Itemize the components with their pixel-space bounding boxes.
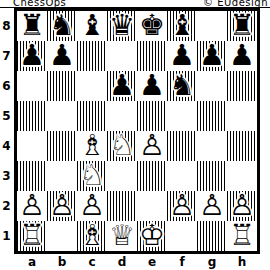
- square-f7[interactable]: ♟♟: [167, 41, 197, 71]
- square-h4[interactable]: [227, 131, 257, 161]
- square-b8[interactable]: ♞♞: [47, 11, 77, 41]
- square-a6[interactable]: [17, 71, 47, 101]
- piece-halo: ♚: [137, 220, 167, 250]
- square-a5[interactable]: [17, 101, 47, 131]
- square-f6[interactable]: ♞♞: [167, 71, 197, 101]
- white-rook-icon: ♖: [17, 220, 47, 250]
- credit-link[interactable]: © EUdesign: [203, 0, 268, 8]
- rank-label-2: 2: [0, 191, 13, 221]
- square-h2[interactable]: ♟♙: [227, 191, 257, 221]
- white-pawn-icon: ♙: [167, 190, 197, 220]
- square-g7[interactable]: ♟♟: [197, 41, 227, 71]
- black-pawn-icon: ♟: [137, 70, 167, 100]
- black-rook-icon: ♜: [227, 10, 257, 40]
- square-a3[interactable]: [17, 161, 47, 191]
- file-label-e: e: [137, 255, 167, 269]
- white-pawn-icon: ♙: [227, 190, 257, 220]
- square-d7[interactable]: [107, 41, 137, 71]
- piece-halo: ♚: [137, 10, 167, 40]
- piece-halo: ♝: [77, 130, 107, 160]
- square-a1[interactable]: ♜♖: [17, 221, 47, 251]
- file-label-h: h: [227, 255, 257, 269]
- square-h6[interactable]: [227, 71, 257, 101]
- piece-halo: ♜: [227, 220, 257, 250]
- square-b4[interactable]: [47, 131, 77, 161]
- piece-halo: ♟: [107, 70, 137, 100]
- white-bishop-icon: ♗: [77, 220, 107, 250]
- file-labels: abcdefgh: [17, 255, 257, 269]
- black-pawn-icon: ♟: [227, 40, 257, 70]
- square-b3[interactable]: [47, 161, 77, 191]
- square-c6[interactable]: [77, 71, 107, 101]
- piece-halo: ♛: [107, 10, 137, 40]
- square-g1[interactable]: [197, 221, 227, 251]
- white-pawn-icon: ♙: [17, 190, 47, 220]
- square-e6[interactable]: ♟♟: [137, 71, 167, 101]
- black-king-icon: ♚: [137, 10, 167, 40]
- piece-halo: ♟: [167, 190, 197, 220]
- square-d6[interactable]: ♟♟: [107, 71, 137, 101]
- black-knight-icon: ♞: [167, 70, 197, 100]
- square-e7[interactable]: [137, 41, 167, 71]
- rank-label-5: 5: [0, 101, 13, 131]
- header-bar: ChessOps © EUdesign: [0, 0, 270, 8]
- file-label-a: a: [17, 255, 47, 269]
- piece-halo: ♟: [197, 190, 227, 220]
- square-d3[interactable]: [107, 161, 137, 191]
- black-knight-icon: ♞: [47, 10, 77, 40]
- rank-label-7: 7: [0, 41, 13, 71]
- app-title: ChessOps: [13, 0, 66, 8]
- square-g4[interactable]: [197, 131, 227, 161]
- white-pawn-icon: ♙: [47, 190, 77, 220]
- rank-label-4: 4: [0, 131, 13, 161]
- rank-label-6: 6: [0, 71, 13, 101]
- square-c2[interactable]: ♟♙: [77, 191, 107, 221]
- file-label-d: d: [107, 255, 137, 269]
- square-e8[interactable]: ♚♚: [137, 11, 167, 41]
- piece-halo: ♞: [77, 160, 107, 190]
- white-bishop-icon: ♗: [77, 130, 107, 160]
- square-g3[interactable]: [197, 161, 227, 191]
- square-h5[interactable]: [227, 101, 257, 131]
- square-g5[interactable]: [197, 101, 227, 131]
- black-rook-icon: ♜: [17, 10, 47, 40]
- rank-label-3: 3: [0, 161, 13, 191]
- square-b2[interactable]: ♟♙: [47, 191, 77, 221]
- white-pawn-icon: ♙: [197, 190, 227, 220]
- square-f2[interactable]: ♟♙: [167, 191, 197, 221]
- piece-halo: ♟: [17, 40, 47, 70]
- white-knight-icon: ♘: [77, 160, 107, 190]
- file-label-b: b: [47, 255, 77, 269]
- white-pawn-icon: ♙: [137, 130, 167, 160]
- piece-halo: ♝: [77, 220, 107, 250]
- piece-halo: ♜: [17, 220, 47, 250]
- square-e1[interactable]: ♚♔: [137, 221, 167, 251]
- black-pawn-icon: ♟: [17, 40, 47, 70]
- rank-label-1: 1: [0, 221, 13, 251]
- black-bishop-icon: ♝: [167, 10, 197, 40]
- square-g2[interactable]: ♟♙: [197, 191, 227, 221]
- chess-board: ♜♜♞♞♝♝♛♛♚♚♝♝♜♜♟♟♟♟♟♟♟♟♟♟♟♟♟♟♞♞♝♗♞♘♟♙♞♘♟♙…: [14, 8, 260, 254]
- square-a7[interactable]: ♟♟: [17, 41, 47, 71]
- square-d8[interactable]: ♛♛: [107, 11, 137, 41]
- square-h1[interactable]: ♜♖: [227, 221, 257, 251]
- piece-halo: ♝: [77, 10, 107, 40]
- square-f5[interactable]: [167, 101, 197, 131]
- piece-halo: ♜: [17, 10, 47, 40]
- square-d4[interactable]: ♞♘: [107, 131, 137, 161]
- white-rook-icon: ♖: [227, 220, 257, 250]
- piece-halo: ♛: [107, 220, 137, 250]
- rank-label-8: 8: [0, 11, 13, 41]
- piece-halo: ♜: [227, 10, 257, 40]
- square-c7[interactable]: [77, 41, 107, 71]
- square-f3[interactable]: [167, 161, 197, 191]
- square-c3[interactable]: ♞♘: [77, 161, 107, 191]
- white-king-icon: ♔: [137, 220, 167, 250]
- black-pawn-icon: ♟: [47, 40, 77, 70]
- piece-halo: ♟: [227, 190, 257, 220]
- black-pawn-icon: ♟: [167, 40, 197, 70]
- black-pawn-icon: ♟: [197, 40, 227, 70]
- file-label-c: c: [77, 255, 107, 269]
- piece-halo: ♟: [137, 130, 167, 160]
- piece-halo: ♞: [47, 10, 77, 40]
- white-knight-icon: ♘: [107, 130, 137, 160]
- file-label-f: f: [167, 255, 197, 269]
- rank-labels: 87654321: [0, 11, 13, 251]
- black-pawn-icon: ♟: [107, 70, 137, 100]
- piece-halo: ♟: [77, 190, 107, 220]
- piece-halo: ♟: [137, 70, 167, 100]
- square-e3[interactable]: [137, 161, 167, 191]
- square-h8[interactable]: ♜♜: [227, 11, 257, 41]
- piece-halo: ♞: [107, 130, 137, 160]
- piece-halo: ♟: [17, 190, 47, 220]
- square-d2[interactable]: [107, 191, 137, 221]
- square-h3[interactable]: [227, 161, 257, 191]
- square-b5[interactable]: [47, 101, 77, 131]
- square-f8[interactable]: ♝♝: [167, 11, 197, 41]
- piece-halo: ♟: [227, 40, 257, 70]
- square-a8[interactable]: ♜♜: [17, 11, 47, 41]
- piece-halo: ♟: [197, 40, 227, 70]
- piece-halo: ♟: [167, 40, 197, 70]
- square-e4[interactable]: ♟♙: [137, 131, 167, 161]
- square-a2[interactable]: ♟♙: [17, 191, 47, 221]
- square-e2[interactable]: [137, 191, 167, 221]
- square-a4[interactable]: [17, 131, 47, 161]
- square-c4[interactable]: ♝♗: [77, 131, 107, 161]
- white-pawn-icon: ♙: [77, 190, 107, 220]
- white-queen-icon: ♕: [107, 220, 137, 250]
- piece-halo: ♟: [47, 190, 77, 220]
- file-label-g: g: [197, 255, 227, 269]
- square-f1[interactable]: [167, 221, 197, 251]
- square-d5[interactable]: [107, 101, 137, 131]
- square-c8[interactable]: ♝♝: [77, 11, 107, 41]
- square-c5[interactable]: [77, 101, 107, 131]
- piece-halo: ♟: [47, 40, 77, 70]
- square-d1[interactable]: ♛♕: [107, 221, 137, 251]
- square-b1[interactable]: [47, 221, 77, 251]
- square-g8[interactable]: [197, 11, 227, 41]
- square-h7[interactable]: ♟♟: [227, 41, 257, 71]
- square-f4[interactable]: [167, 131, 197, 161]
- square-b6[interactable]: [47, 71, 77, 101]
- square-b7[interactable]: ♟♟: [47, 41, 77, 71]
- black-queen-icon: ♛: [107, 10, 137, 40]
- square-c1[interactable]: ♝♗: [77, 221, 107, 251]
- piece-halo: ♞: [167, 70, 197, 100]
- square-g6[interactable]: [197, 71, 227, 101]
- piece-halo: ♝: [167, 10, 197, 40]
- black-bishop-icon: ♝: [77, 10, 107, 40]
- square-e5[interactable]: [137, 101, 167, 131]
